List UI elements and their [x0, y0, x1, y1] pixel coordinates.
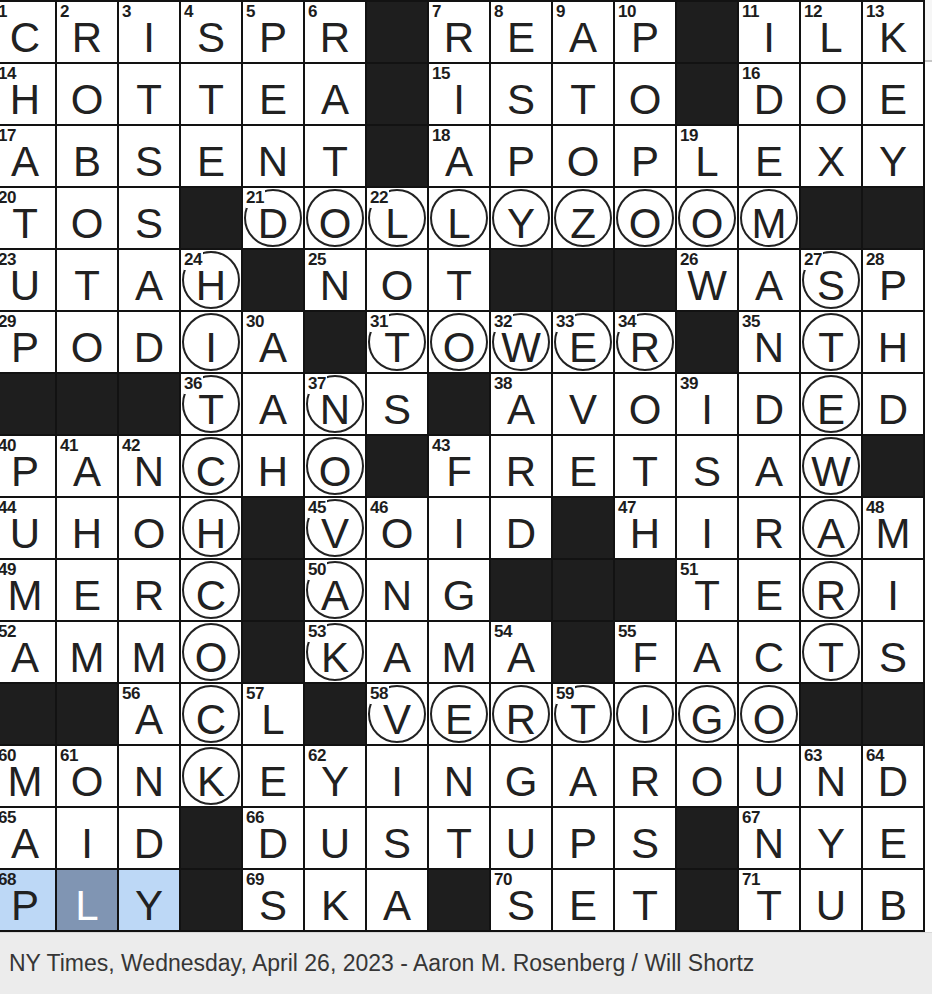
cell-r12c5[interactable]: 57L	[243, 684, 303, 744]
cell-r14c7[interactable]: S	[367, 808, 427, 868]
cell-letter: V	[305, 513, 365, 555]
cell-r12c8[interactable]: E	[429, 684, 489, 744]
cell-r5c4[interactable]: 24H	[181, 250, 241, 310]
cell-r9c13[interactable]: R	[739, 498, 799, 558]
cell-r8c8[interactable]: 43F	[429, 436, 489, 496]
cell-letter: L	[801, 17, 861, 59]
cell-r1c14[interactable]: 12L	[801, 2, 861, 62]
cell-letter: O	[119, 513, 179, 555]
cell-r8c6[interactable]: O	[305, 436, 365, 496]
cell-r5c10	[553, 250, 613, 310]
cell-r11c12[interactable]: A	[677, 622, 737, 682]
cell-r4c9[interactable]: Y	[491, 188, 551, 248]
cell-r14c2[interactable]: I	[57, 808, 117, 868]
cell-r3c2[interactable]: B	[57, 126, 117, 186]
cell-r2c9[interactable]: S	[491, 64, 551, 124]
cell-r7c15[interactable]: D	[863, 374, 923, 434]
cell-r10c2[interactable]: E	[57, 560, 117, 620]
cell-r1c13[interactable]: 11I	[739, 2, 799, 62]
cell-r10c1[interactable]: 49M	[0, 560, 55, 620]
cell-letter: A	[243, 389, 303, 431]
cell-r10c3[interactable]: R	[119, 560, 179, 620]
cell-r3c5[interactable]: N	[243, 126, 303, 186]
cell-r15c9[interactable]: 70S	[491, 870, 551, 930]
cell-r2c3[interactable]: T	[119, 64, 179, 124]
cell-letter: U	[0, 513, 55, 555]
cell-r6c3[interactable]: D	[119, 312, 179, 372]
cell-letter: U	[801, 885, 861, 927]
cell-r14c4	[181, 808, 241, 868]
cell-r1c2[interactable]: 2R	[57, 2, 117, 62]
cell-r5c1[interactable]: 23U	[0, 250, 55, 310]
cell-letter: P	[243, 17, 303, 59]
cell-r9c8[interactable]: I	[429, 498, 489, 558]
cell-r12c3[interactable]: 56A	[119, 684, 179, 744]
cell-r14c11[interactable]: S	[615, 808, 675, 868]
cell-r15c11[interactable]: T	[615, 870, 675, 930]
cell-r8c14[interactable]: W	[801, 436, 861, 496]
cell-r10c6[interactable]: 50A	[305, 560, 365, 620]
cell-r9c2[interactable]: H	[57, 498, 117, 558]
cell-letter: T	[0, 203, 55, 245]
cell-letter: I	[863, 575, 923, 617]
cell-r9c6[interactable]: 45V	[305, 498, 365, 558]
cell-letter: E	[181, 141, 241, 183]
cell-number: 58	[370, 684, 389, 704]
cell-number: 40	[0, 436, 17, 456]
cell-r13c11[interactable]: R	[615, 746, 675, 806]
cell-r7c4[interactable]: 36T	[181, 374, 241, 434]
cell-r5c6[interactable]: 25N	[305, 250, 365, 310]
cell-number: 69	[246, 870, 265, 890]
cell-letter: O	[615, 79, 675, 121]
cell-r10c13[interactable]: E	[739, 560, 799, 620]
cell-r11c11[interactable]: 55F	[615, 622, 675, 682]
cell-number: 14	[0, 64, 17, 84]
cell-r3c13[interactable]: E	[739, 126, 799, 186]
cell-r5c11	[615, 250, 675, 310]
cell-letter: P	[615, 141, 675, 183]
cell-r10c7[interactable]: N	[367, 560, 427, 620]
cell-r7c6[interactable]: 37N	[305, 374, 365, 434]
cell-letter: Z	[553, 203, 613, 245]
cell-number: 43	[432, 436, 451, 456]
cell-r9c15[interactable]: 48M	[863, 498, 923, 558]
cell-letter: E	[243, 761, 303, 803]
cell-letter: R	[57, 17, 117, 59]
cell-r12c12[interactable]: G	[677, 684, 737, 744]
cell-r9c12[interactable]: I	[677, 498, 737, 558]
cell-r9c4[interactable]: H	[181, 498, 241, 558]
cell-r6c10[interactable]: 33E	[553, 312, 613, 372]
cell-r8c4[interactable]: C	[181, 436, 241, 496]
cell-r3c12[interactable]: 19L	[677, 126, 737, 186]
cell-r6c7[interactable]: 31T	[367, 312, 427, 372]
cell-r1c15[interactable]: 13K	[863, 2, 923, 62]
cell-r12c4[interactable]: C	[181, 684, 241, 744]
cell-number: 29	[0, 312, 17, 332]
cell-r4c5[interactable]: 21D	[243, 188, 303, 248]
cell-letter: T	[801, 327, 861, 369]
cell-number: 19	[680, 126, 699, 146]
cell-r2c13[interactable]: 16D	[739, 64, 799, 124]
cell-letter: U	[0, 265, 55, 307]
cell-r5c2[interactable]: T	[57, 250, 117, 310]
cell-r5c8[interactable]: T	[429, 250, 489, 310]
cell-r9c14[interactable]: A	[801, 498, 861, 558]
cell-number: 36	[184, 374, 203, 394]
cell-r14c3[interactable]: D	[119, 808, 179, 868]
cell-r13c3[interactable]: N	[119, 746, 179, 806]
cell-r15c2[interactable]: L	[57, 870, 117, 930]
cell-r8c11[interactable]: T	[615, 436, 675, 496]
cell-r4c11[interactable]: O	[615, 188, 675, 248]
cell-r9c9[interactable]: D	[491, 498, 551, 558]
cell-r4c13[interactable]: M	[739, 188, 799, 248]
cell-r4c4	[181, 188, 241, 248]
cell-number: 57	[246, 684, 265, 704]
cell-r11c5	[243, 622, 303, 682]
cell-letter: A	[739, 265, 799, 307]
cell-r15c15[interactable]: B	[863, 870, 923, 930]
cell-r9c7[interactable]: 46O	[367, 498, 427, 558]
cell-r8c2[interactable]: 41A	[57, 436, 117, 496]
cell-r4c2[interactable]: O	[57, 188, 117, 248]
cell-letter: S	[119, 141, 179, 183]
cell-r4c8[interactable]: L	[429, 188, 489, 248]
cell-r2c1[interactable]: 14H	[0, 64, 55, 124]
cell-r13c8[interactable]: N	[429, 746, 489, 806]
cell-r3c3[interactable]: S	[119, 126, 179, 186]
cell-letter: N	[305, 265, 365, 307]
cell-r8c3[interactable]: 42N	[119, 436, 179, 496]
cell-number: 30	[246, 312, 265, 332]
cell-number: 53	[308, 622, 327, 642]
cell-r7c13[interactable]: D	[739, 374, 799, 434]
cell-letter: D	[243, 203, 303, 245]
cell-r6c2[interactable]: O	[57, 312, 117, 372]
cell-r4c7[interactable]: 22L	[367, 188, 427, 248]
cell-r9c3[interactable]: O	[119, 498, 179, 558]
cell-r3c11[interactable]: P	[615, 126, 675, 186]
cell-r11c6[interactable]: 53K	[305, 622, 365, 682]
cell-letter: H	[863, 327, 923, 369]
cell-r15c13[interactable]: 71T	[739, 870, 799, 930]
cell-r12c13[interactable]: O	[739, 684, 799, 744]
cell-r6c9[interactable]: 32W	[491, 312, 551, 372]
cell-letter: A	[491, 389, 551, 431]
cell-r13c2[interactable]: 61O	[57, 746, 117, 806]
cell-r12c7[interactable]: 58V	[367, 684, 427, 744]
cell-r12c6	[305, 684, 365, 744]
cell-r13c5[interactable]: E	[243, 746, 303, 806]
cell-letter: D	[739, 389, 799, 431]
cell-letter: O	[305, 451, 365, 493]
cell-r10c15[interactable]: I	[863, 560, 923, 620]
cell-letter: R	[429, 17, 489, 59]
cell-r2c5[interactable]: E	[243, 64, 303, 124]
cell-r3c4[interactable]: E	[181, 126, 241, 186]
cell-r11c15[interactable]: S	[863, 622, 923, 682]
cell-r13c1[interactable]: 60M	[0, 746, 55, 806]
cell-r5c5	[243, 250, 303, 310]
cell-r2c7	[367, 64, 427, 124]
cell-r13c14[interactable]: 63N	[801, 746, 861, 806]
cell-number: 45	[308, 498, 327, 518]
cell-r9c1[interactable]: 44U	[0, 498, 55, 558]
cell-number: 16	[742, 64, 761, 84]
cell-r14c13[interactable]: 67N	[739, 808, 799, 868]
cell-r3c15[interactable]: Y	[863, 126, 923, 186]
cell-letter: T	[181, 79, 241, 121]
cell-letter: T	[677, 575, 737, 617]
cell-r12c10[interactable]: 59T	[553, 684, 613, 744]
cell-r8c10[interactable]: E	[553, 436, 613, 496]
cell-r15c12	[677, 870, 737, 930]
cell-letter: A	[0, 637, 55, 679]
cell-number: 65	[0, 808, 17, 828]
cell-letter: E	[553, 885, 613, 927]
cell-r10c5	[243, 560, 303, 620]
cell-letter: E	[739, 141, 799, 183]
cell-r2c10[interactable]: T	[553, 64, 613, 124]
cell-r5c14[interactable]: 27S	[801, 250, 861, 310]
cell-letter: L	[677, 141, 737, 183]
cell-r6c5[interactable]: 30A	[243, 312, 303, 372]
cell-number: 37	[308, 374, 327, 394]
cell-r11c1[interactable]: 52A	[0, 622, 55, 682]
cell-r13c13[interactable]: U	[739, 746, 799, 806]
cell-letter: S	[801, 265, 861, 307]
cell-r1c5[interactable]: 5P	[243, 2, 303, 62]
cell-r1c8[interactable]: 7R	[429, 2, 489, 62]
cell-r10c9	[491, 560, 551, 620]
cell-r7c12[interactable]: 39I	[677, 374, 737, 434]
cell-letter: O	[429, 327, 489, 369]
cell-r1c3[interactable]: 3I	[119, 2, 179, 62]
cell-r11c4[interactable]: O	[181, 622, 241, 682]
cell-r3c14[interactable]: X	[801, 126, 861, 186]
cell-r1c9[interactable]: 8E	[491, 2, 551, 62]
cell-r11c7[interactable]: A	[367, 622, 427, 682]
cell-r5c15[interactable]: 28P	[863, 250, 923, 310]
cell-r10c8[interactable]: G	[429, 560, 489, 620]
cell-r15c3[interactable]: Y	[119, 870, 179, 930]
cell-r13c6[interactable]: 62Y	[305, 746, 365, 806]
cell-letter: U	[305, 823, 365, 865]
cell-r2c6[interactable]: A	[305, 64, 365, 124]
cell-r2c11[interactable]: O	[615, 64, 675, 124]
cell-letter: W	[677, 265, 737, 307]
cell-number: 71	[742, 870, 761, 890]
cell-r11c14[interactable]: T	[801, 622, 861, 682]
cell-letter: N	[739, 327, 799, 369]
cell-number: 67	[742, 808, 761, 828]
cell-r10c10	[553, 560, 613, 620]
cell-r5c7[interactable]: O	[367, 250, 427, 310]
cell-r2c14[interactable]: O	[801, 64, 861, 124]
cell-letter: O	[57, 79, 117, 121]
cell-number: 1	[0, 2, 8, 22]
cell-r9c11[interactable]: 47H	[615, 498, 675, 558]
cell-r15c10[interactable]: E	[553, 870, 613, 930]
cell-number: 50	[308, 560, 327, 580]
cell-r13c15[interactable]: 64D	[863, 746, 923, 806]
cell-r2c4[interactable]: T	[181, 64, 241, 124]
cell-letter: S	[367, 389, 427, 431]
cell-r13c7[interactable]: I	[367, 746, 427, 806]
cell-letter: A	[243, 327, 303, 369]
cell-letter: D	[863, 389, 923, 431]
cell-r14c5[interactable]: 66D	[243, 808, 303, 868]
cell-number: 28	[866, 250, 885, 270]
cell-letter: Y	[491, 203, 551, 245]
cell-r3c8[interactable]: 18A	[429, 126, 489, 186]
cell-r6c14[interactable]: T	[801, 312, 861, 372]
cell-letter: S	[119, 203, 179, 245]
cell-r3c9[interactable]: P	[491, 126, 551, 186]
cell-r7c9[interactable]: 38A	[491, 374, 551, 434]
cell-r10c12[interactable]: 51T	[677, 560, 737, 620]
cell-letter: M	[0, 761, 55, 803]
cell-number: 55	[618, 622, 637, 642]
cell-r14c10[interactable]: P	[553, 808, 613, 868]
cell-r7c10[interactable]: V	[553, 374, 613, 434]
cell-r2c15[interactable]: E	[863, 64, 923, 124]
cell-letter: I	[57, 823, 117, 865]
cell-r15c5[interactable]: 69S	[243, 870, 303, 930]
cell-r1c4[interactable]: 4S	[181, 2, 241, 62]
cell-r6c12	[677, 312, 737, 372]
cell-r12c11[interactable]: I	[615, 684, 675, 744]
cell-r3c6[interactable]: T	[305, 126, 365, 186]
cell-r4c1[interactable]: 20T	[0, 188, 55, 248]
cell-r11c3[interactable]: M	[119, 622, 179, 682]
cell-r6c11[interactable]: 34R	[615, 312, 675, 372]
cell-letter: S	[491, 885, 551, 927]
cell-letter: S	[243, 885, 303, 927]
cell-r15c1[interactable]: 68P	[0, 870, 55, 930]
cell-r1c11[interactable]: 10P	[615, 2, 675, 62]
cell-r14c15[interactable]: E	[863, 808, 923, 868]
cell-r6c1[interactable]: 29P	[0, 312, 55, 372]
cell-r5c3[interactable]: A	[119, 250, 179, 310]
cell-letter: O	[615, 203, 675, 245]
cell-r11c9[interactable]: 54A	[491, 622, 551, 682]
cell-r5c13[interactable]: A	[739, 250, 799, 310]
cell-letter: C	[739, 637, 799, 679]
cell-r4c3[interactable]: S	[119, 188, 179, 248]
scrollbar-track[interactable]	[925, 0, 932, 62]
cell-letter: A	[119, 699, 179, 741]
cell-number: 26	[680, 250, 699, 270]
cell-number: 21	[246, 188, 265, 208]
cell-r3c10[interactable]: O	[553, 126, 613, 186]
cell-number: 31	[370, 312, 389, 332]
cell-number: 9	[556, 2, 566, 22]
cell-letter: M	[429, 637, 489, 679]
cell-number: 66	[246, 808, 265, 828]
cell-r3c1[interactable]: 17A	[0, 126, 55, 186]
cell-letter: O	[57, 327, 117, 369]
cell-letter: L	[243, 699, 303, 741]
cell-letter: G	[677, 699, 737, 741]
cell-r5c12[interactable]: 26W	[677, 250, 737, 310]
cell-letter: D	[739, 79, 799, 121]
cell-r2c8[interactable]: 15I	[429, 64, 489, 124]
cell-letter: U	[491, 823, 551, 865]
cell-r7c14[interactable]: E	[801, 374, 861, 434]
cell-r13c12[interactable]: O	[677, 746, 737, 806]
cell-r4c10[interactable]: Z	[553, 188, 613, 248]
cell-letter: F	[429, 451, 489, 493]
cell-r1c1[interactable]: 1C	[0, 2, 55, 62]
cell-r4c6[interactable]: O	[305, 188, 365, 248]
cell-r14c9[interactable]: U	[491, 808, 551, 868]
cell-letter: R	[739, 513, 799, 555]
cell-number: 61	[60, 746, 79, 766]
cell-r12c9[interactable]: R	[491, 684, 551, 744]
cell-r4c14	[801, 188, 861, 248]
cell-r1c10[interactable]: 9A	[553, 2, 613, 62]
cell-r8c9[interactable]: R	[491, 436, 551, 496]
cell-r4c12[interactable]: O	[677, 188, 737, 248]
cell-r10c4[interactable]: C	[181, 560, 241, 620]
cell-r7c11[interactable]: O	[615, 374, 675, 434]
cell-r10c14[interactable]: R	[801, 560, 861, 620]
cell-r8c13[interactable]: A	[739, 436, 799, 496]
cell-number: 35	[742, 312, 761, 332]
cell-r7c5[interactable]: A	[243, 374, 303, 434]
cell-letter: M	[739, 203, 799, 245]
cell-letter: I	[677, 513, 737, 555]
cell-r2c2[interactable]: O	[57, 64, 117, 124]
cell-letter: N	[243, 141, 303, 183]
cell-r1c6[interactable]: 6R	[305, 2, 365, 62]
cell-letter: O	[181, 637, 241, 679]
cell-r8c1[interactable]: 40P	[0, 436, 55, 496]
cell-letter: O	[739, 699, 799, 741]
cell-number: 10	[618, 2, 637, 22]
cell-letter: R	[491, 451, 551, 493]
cell-r8c5[interactable]: H	[243, 436, 303, 496]
cell-r6c13[interactable]: 35N	[739, 312, 799, 372]
cell-r14c14[interactable]: Y	[801, 808, 861, 868]
cell-r11c2[interactable]: M	[57, 622, 117, 682]
cell-r13c9[interactable]: G	[491, 746, 551, 806]
cell-r11c8[interactable]: M	[429, 622, 489, 682]
cell-r11c13[interactable]: C	[739, 622, 799, 682]
cell-r6c15[interactable]: H	[863, 312, 923, 372]
cell-r14c8[interactable]: T	[429, 808, 489, 868]
cell-r15c7[interactable]: A	[367, 870, 427, 930]
cell-r6c8[interactable]: O	[429, 312, 489, 372]
cell-r12c15	[863, 684, 923, 744]
cell-letter: D	[863, 761, 923, 803]
cell-letter: O	[553, 141, 613, 183]
cell-r8c12[interactable]: S	[677, 436, 737, 496]
cell-r14c6[interactable]: U	[305, 808, 365, 868]
cell-r6c4[interactable]: I	[181, 312, 241, 372]
cell-r14c1[interactable]: 65A	[0, 808, 55, 868]
cell-r15c6[interactable]: K	[305, 870, 365, 930]
cell-r7c7[interactable]: S	[367, 374, 427, 434]
cell-letter: I	[615, 699, 675, 741]
cell-letter: T	[367, 327, 427, 369]
cell-r15c14[interactable]: U	[801, 870, 861, 930]
cell-r13c10[interactable]: A	[553, 746, 613, 806]
cell-r13c4[interactable]: K	[181, 746, 241, 806]
